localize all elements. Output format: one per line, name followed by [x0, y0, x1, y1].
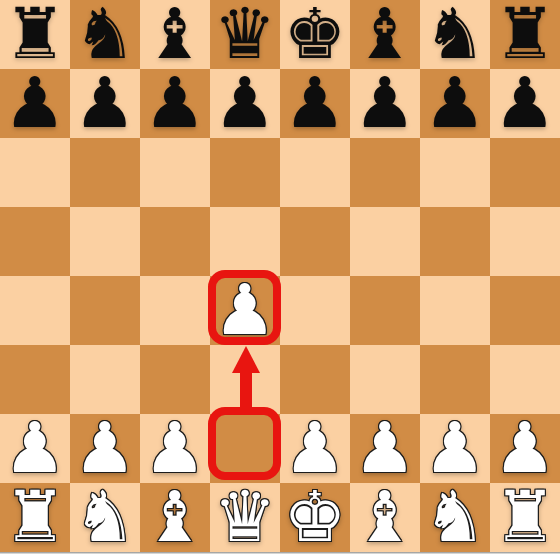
square-h1[interactable]: ♜: [490, 483, 560, 552]
square-h7[interactable]: ♟: [490, 69, 560, 138]
white-pawn-icon: ♟: [214, 276, 277, 345]
black-pawn-icon: ♟: [214, 69, 277, 138]
square-g7[interactable]: ♟: [420, 69, 490, 138]
white-knight-icon: ♞: [74, 483, 137, 552]
white-queen-icon: ♛: [214, 483, 277, 552]
white-knight-icon: ♞: [424, 483, 487, 552]
square-b4[interactable]: [70, 276, 140, 345]
black-pawn-icon: ♟: [354, 69, 417, 138]
square-g2[interactable]: ♟: [420, 414, 490, 483]
chess-board-squares: ♜♞♝♛♚♝♞♜♟♟♟♟♟♟♟♟♟♟♟♟♟♟♟♟♜♞♝♛♚♝♞♜: [0, 0, 560, 552]
black-rook-icon: ♜: [4, 0, 67, 69]
white-pawn-icon: ♟: [4, 414, 67, 483]
square-g3[interactable]: [420, 345, 490, 414]
square-a7[interactable]: ♟: [0, 69, 70, 138]
square-e1[interactable]: ♚: [280, 483, 350, 552]
white-pawn-icon: ♟: [284, 414, 347, 483]
square-a8[interactable]: ♜: [0, 0, 70, 69]
black-rook-icon: ♜: [494, 0, 557, 69]
square-a1[interactable]: ♜: [0, 483, 70, 552]
square-c7[interactable]: ♟: [140, 69, 210, 138]
white-pawn-icon: ♟: [494, 414, 557, 483]
black-pawn-icon: ♟: [144, 69, 207, 138]
black-pawn-icon: ♟: [284, 69, 347, 138]
square-a6[interactable]: [0, 138, 70, 207]
square-h2[interactable]: ♟: [490, 414, 560, 483]
square-g4[interactable]: [420, 276, 490, 345]
square-b6[interactable]: [70, 138, 140, 207]
black-bishop-icon: ♝: [144, 0, 207, 69]
square-e7[interactable]: ♟: [280, 69, 350, 138]
square-h4[interactable]: [490, 276, 560, 345]
square-d8[interactable]: ♛: [210, 0, 280, 69]
square-b1[interactable]: ♞: [70, 483, 140, 552]
white-pawn-icon: ♟: [74, 414, 137, 483]
white-rook-icon: ♜: [494, 483, 557, 552]
black-bishop-icon: ♝: [354, 0, 417, 69]
square-e8[interactable]: ♚: [280, 0, 350, 69]
square-c4[interactable]: [140, 276, 210, 345]
chess-board: ♜♞♝♛♚♝♞♜♟♟♟♟♟♟♟♟♟♟♟♟♟♟♟♟♜♞♝♛♚♝♞♜: [0, 0, 560, 554]
square-e4[interactable]: [280, 276, 350, 345]
black-knight-icon: ♞: [424, 0, 487, 69]
white-pawn-icon: ♟: [354, 414, 417, 483]
square-c2[interactable]: ♟: [140, 414, 210, 483]
square-b3[interactable]: [70, 345, 140, 414]
square-a5[interactable]: [0, 207, 70, 276]
square-d1[interactable]: ♛: [210, 483, 280, 552]
square-f1[interactable]: ♝: [350, 483, 420, 552]
square-c8[interactable]: ♝: [140, 0, 210, 69]
square-h3[interactable]: [490, 345, 560, 414]
square-f7[interactable]: ♟: [350, 69, 420, 138]
black-knight-icon: ♞: [74, 0, 137, 69]
black-pawn-icon: ♟: [494, 69, 557, 138]
black-pawn-icon: ♟: [424, 69, 487, 138]
square-g6[interactable]: [420, 138, 490, 207]
black-king-icon: ♚: [284, 0, 347, 69]
white-king-icon: ♚: [284, 483, 347, 552]
square-d4[interactable]: ♟: [210, 276, 280, 345]
square-d2[interactable]: [210, 414, 280, 483]
square-c5[interactable]: [140, 207, 210, 276]
square-c1[interactable]: ♝: [140, 483, 210, 552]
square-a2[interactable]: ♟: [0, 414, 70, 483]
square-f3[interactable]: [350, 345, 420, 414]
white-bishop-icon: ♝: [144, 483, 207, 552]
square-h5[interactable]: [490, 207, 560, 276]
black-pawn-icon: ♟: [74, 69, 137, 138]
square-f4[interactable]: [350, 276, 420, 345]
square-f6[interactable]: [350, 138, 420, 207]
square-d3[interactable]: [210, 345, 280, 414]
square-f8[interactable]: ♝: [350, 0, 420, 69]
square-d7[interactable]: ♟: [210, 69, 280, 138]
square-c3[interactable]: [140, 345, 210, 414]
white-rook-icon: ♜: [4, 483, 67, 552]
white-bishop-icon: ♝: [354, 483, 417, 552]
square-b5[interactable]: [70, 207, 140, 276]
square-h8[interactable]: ♜: [490, 0, 560, 69]
square-d5[interactable]: [210, 207, 280, 276]
square-c6[interactable]: [140, 138, 210, 207]
square-f5[interactable]: [350, 207, 420, 276]
black-pawn-icon: ♟: [4, 69, 67, 138]
square-f2[interactable]: ♟: [350, 414, 420, 483]
square-d6[interactable]: [210, 138, 280, 207]
square-g1[interactable]: ♞: [420, 483, 490, 552]
square-g8[interactable]: ♞: [420, 0, 490, 69]
square-a4[interactable]: [0, 276, 70, 345]
square-e3[interactable]: [280, 345, 350, 414]
square-b2[interactable]: ♟: [70, 414, 140, 483]
white-pawn-icon: ♟: [424, 414, 487, 483]
square-a3[interactable]: [0, 345, 70, 414]
square-e2[interactable]: ♟: [280, 414, 350, 483]
square-b7[interactable]: ♟: [70, 69, 140, 138]
square-h6[interactable]: [490, 138, 560, 207]
black-queen-icon: ♛: [214, 0, 277, 69]
square-e6[interactable]: [280, 138, 350, 207]
square-g5[interactable]: [420, 207, 490, 276]
square-e5[interactable]: [280, 207, 350, 276]
square-b8[interactable]: ♞: [70, 0, 140, 69]
white-pawn-icon: ♟: [144, 414, 207, 483]
